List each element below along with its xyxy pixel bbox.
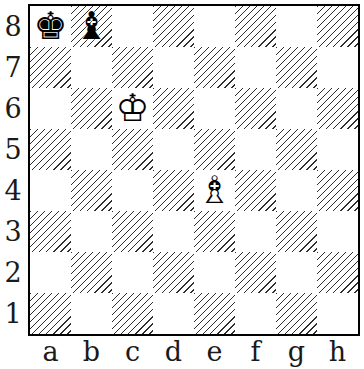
square-c8 xyxy=(112,6,153,47)
file-label-f: f xyxy=(235,336,276,366)
square-g6 xyxy=(276,88,317,129)
square-b4 xyxy=(71,170,112,211)
square-f7 xyxy=(235,47,276,88)
square-e6 xyxy=(194,88,235,129)
square-d6 xyxy=(153,88,194,129)
square-f8 xyxy=(235,6,276,47)
rank-label-6: 6 xyxy=(0,88,26,129)
square-e7 xyxy=(194,47,235,88)
square-f6 xyxy=(235,88,276,129)
square-c4 xyxy=(112,170,153,211)
square-e3 xyxy=(194,211,235,252)
chess-board: ♚♝♔♗ xyxy=(28,4,360,336)
square-a3 xyxy=(30,211,71,252)
rank-label-5: 5 xyxy=(0,129,26,170)
rank-label-2: 2 xyxy=(0,252,26,293)
square-b1 xyxy=(71,293,112,334)
square-h4 xyxy=(317,170,358,211)
square-g7 xyxy=(276,47,317,88)
square-b3 xyxy=(71,211,112,252)
square-e8 xyxy=(194,6,235,47)
file-label-h: h xyxy=(317,336,358,366)
rank-label-4: 4 xyxy=(0,170,26,211)
square-f5 xyxy=(235,129,276,170)
square-a5 xyxy=(30,129,71,170)
file-label-d: d xyxy=(153,336,194,366)
square-d4 xyxy=(153,170,194,211)
rank-label-3: 3 xyxy=(0,211,26,252)
file-label-b: b xyxy=(71,336,112,366)
square-c2 xyxy=(112,252,153,293)
square-g3 xyxy=(276,211,317,252)
rank-labels: 87654321 xyxy=(0,6,26,334)
square-b8: ♝ xyxy=(71,6,112,47)
file-label-a: a xyxy=(30,336,71,366)
square-c6: ♔ xyxy=(112,88,153,129)
square-c5 xyxy=(112,129,153,170)
piece-white-king: ♔ xyxy=(115,88,149,129)
square-b5 xyxy=(71,129,112,170)
square-a2 xyxy=(30,252,71,293)
square-h7 xyxy=(317,47,358,88)
square-e4: ♗ xyxy=(194,170,235,211)
square-d1 xyxy=(153,293,194,334)
square-g2 xyxy=(276,252,317,293)
piece-white-bishop: ♗ xyxy=(197,170,231,211)
square-e2 xyxy=(194,252,235,293)
square-g1 xyxy=(276,293,317,334)
square-a1 xyxy=(30,293,71,334)
square-h5 xyxy=(317,129,358,170)
square-f2 xyxy=(235,252,276,293)
piece-black-bishop: ♝ xyxy=(74,6,108,47)
file-label-c: c xyxy=(112,336,153,366)
square-a4 xyxy=(30,170,71,211)
rank-label-7: 7 xyxy=(0,47,26,88)
square-b7 xyxy=(71,47,112,88)
file-labels: abcdefgh xyxy=(30,336,358,366)
square-b2 xyxy=(71,252,112,293)
square-a8: ♚ xyxy=(30,6,71,47)
square-g5 xyxy=(276,129,317,170)
file-label-g: g xyxy=(276,336,317,366)
square-c1 xyxy=(112,293,153,334)
piece-black-king: ♚ xyxy=(33,6,67,47)
square-h3 xyxy=(317,211,358,252)
square-c3 xyxy=(112,211,153,252)
square-g4 xyxy=(276,170,317,211)
square-h8 xyxy=(317,6,358,47)
square-h2 xyxy=(317,252,358,293)
square-d2 xyxy=(153,252,194,293)
square-f3 xyxy=(235,211,276,252)
square-a7 xyxy=(30,47,71,88)
square-d3 xyxy=(153,211,194,252)
square-h6 xyxy=(317,88,358,129)
chess-diagram: 87654321 ♚♝♔♗ abcdefgh xyxy=(0,0,364,369)
square-f1 xyxy=(235,293,276,334)
square-c7 xyxy=(112,47,153,88)
square-d5 xyxy=(153,129,194,170)
square-f4 xyxy=(235,170,276,211)
square-g8 xyxy=(276,6,317,47)
square-h1 xyxy=(317,293,358,334)
square-d8 xyxy=(153,6,194,47)
file-label-e: e xyxy=(194,336,235,366)
square-b6 xyxy=(71,88,112,129)
square-d7 xyxy=(153,47,194,88)
square-a6 xyxy=(30,88,71,129)
rank-label-8: 8 xyxy=(0,6,26,47)
square-e1 xyxy=(194,293,235,334)
rank-label-1: 1 xyxy=(0,293,26,334)
square-e5 xyxy=(194,129,235,170)
